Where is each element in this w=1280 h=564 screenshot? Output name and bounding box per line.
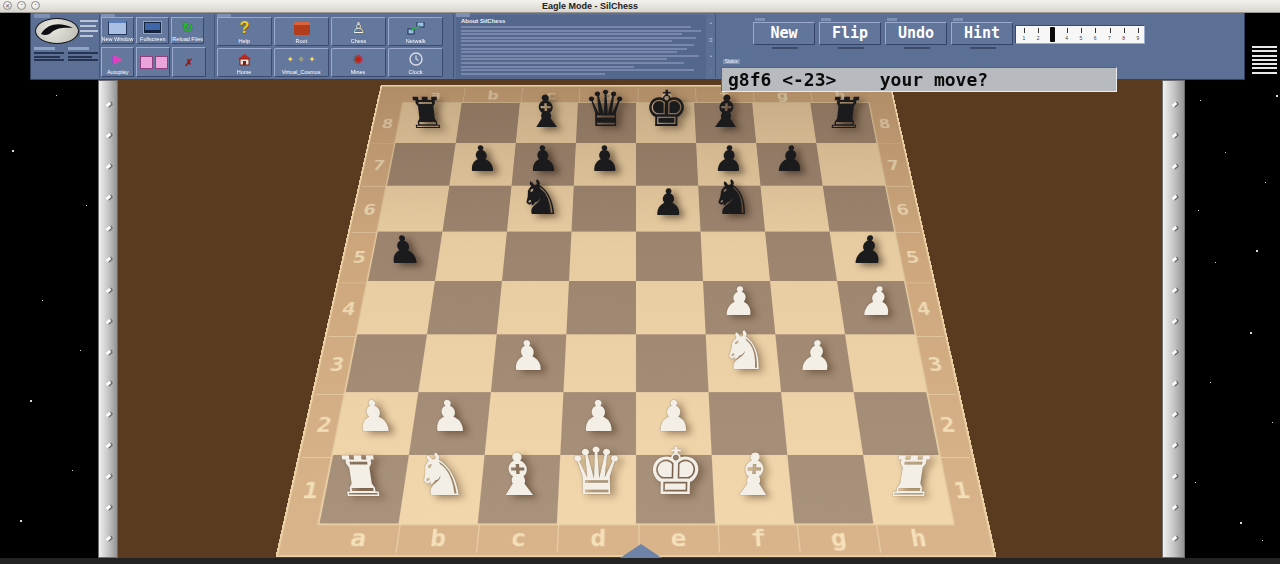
piece-white-pawn-c3[interactable]: ♟ [508, 336, 547, 377]
slider-track[interactable]: 123456789 [1015, 25, 1145, 44]
strip-tick [1172, 350, 1178, 356]
network-icon [407, 22, 425, 35]
piece-white-queen-d1[interactable]: ♛ [567, 440, 627, 505]
text-line [461, 30, 701, 32]
tool-strip: ⌃ ≡ ⌄ · [703, 17, 719, 77]
star [1210, 382, 1211, 383]
piece-white-bishop-f1[interactable]: ♝ [726, 446, 782, 504]
search-depth-slider: Search Depth 123456789 [1015, 18, 1147, 49]
square-d5[interactable] [569, 232, 636, 281]
separator [453, 14, 454, 78]
button-label: Home [237, 69, 252, 75]
star [1198, 210, 1199, 211]
piece-white-pawn-a2[interactable]: ♟ [351, 395, 396, 438]
strip-tick [1172, 164, 1178, 170]
text-line [461, 73, 605, 75]
piece-black-pawn-a5[interactable]: ♟ [384, 231, 423, 269]
general-buttons-section: New Window Fullscreen ↻ Reload Files ▶ A… [101, 17, 211, 79]
star [12, 150, 14, 152]
button-label: Fullscreen [140, 36, 165, 42]
file-label-b: b [463, 88, 523, 103]
button-label: Chess [351, 38, 367, 44]
slider-tick-label: 5 [1080, 35, 1083, 41]
silchess-controls-section: New Flip Undo Hint Search Depth 12345678… [719, 15, 1123, 79]
square-h6[interactable] [823, 186, 894, 232]
text-line [461, 26, 691, 28]
house-icon [237, 53, 252, 66]
square-g8[interactable] [752, 103, 816, 143]
fullscreen-button[interactable]: Fullscreen [136, 17, 169, 44]
piece-white-pawn-e2[interactable]: ♟ [654, 395, 693, 438]
text-line [461, 69, 694, 71]
square-h3[interactable] [845, 334, 926, 392]
button-label: Reload Files [172, 36, 203, 42]
strip-tick [106, 257, 112, 263]
hint-button[interactable]: Hint [951, 22, 1013, 45]
strip-tick [106, 102, 112, 108]
square-e4[interactable] [636, 281, 706, 334]
star [1262, 540, 1263, 541]
piece-black-king-e8[interactable]: ♚ [643, 85, 688, 135]
home-button[interactable]: Home [217, 48, 272, 77]
status-group: Status g8f6 <-23> your move? [721, 49, 1151, 92]
square-e3[interactable] [636, 334, 709, 392]
about-silchess-panel: About SilChess [456, 15, 706, 79]
strip-tick [1172, 133, 1178, 139]
text-line [461, 48, 687, 50]
eagle-mode-logo [35, 18, 79, 44]
strip-tick [106, 474, 112, 480]
strip-tick [1172, 226, 1178, 232]
square-g5[interactable] [765, 232, 837, 281]
star [20, 520, 22, 522]
strip-tick [1172, 381, 1178, 387]
panel-tab [456, 13, 470, 17]
file-label-g: g [796, 523, 880, 552]
square-c4[interactable] [497, 281, 569, 334]
status-label: Status [723, 59, 740, 64]
star [80, 350, 81, 351]
image-icon [140, 56, 153, 69]
slider-tick [1110, 28, 1111, 33]
stop-button[interactable]: ✗ [172, 47, 206, 77]
star [1225, 152, 1226, 153]
strip-tick [1172, 443, 1178, 449]
strip-tick [106, 350, 112, 356]
piece-white-rook-h1[interactable]: ♜ [882, 449, 941, 505]
file-label-b: b [396, 523, 480, 552]
eagle-mode-logo-section [34, 16, 100, 78]
thumbnail-buttons[interactable] [136, 47, 170, 77]
about-heading: About SilChess [461, 18, 701, 24]
piece-black-rook-a8[interactable]: ♜ [405, 92, 448, 135]
text-line [461, 37, 696, 39]
slider-tick [1067, 28, 1068, 33]
strip-tick [1172, 257, 1178, 263]
strip-tick [1172, 319, 1178, 325]
control-panel: New Window Fullscreen ↻ Reload Files ▶ A… [30, 12, 1245, 80]
right-zoom-scrollbar[interactable] [1162, 80, 1185, 558]
strip-tick [106, 443, 112, 449]
strip-tick [1172, 195, 1178, 201]
root-chest-icon [294, 22, 310, 35]
netwalk-button[interactable]: Netwalk [388, 17, 443, 46]
eagle-icon [36, 19, 78, 43]
file-label-f: f [717, 523, 799, 552]
strip-tick [1172, 536, 1178, 542]
piece-white-pawn-d2[interactable]: ♟ [579, 395, 618, 438]
new-window-button[interactable]: New Window [101, 17, 134, 44]
file-label-a: a [316, 523, 400, 552]
piece-black-queen-d8[interactable]: ♛ [583, 85, 628, 135]
window-icon [108, 20, 127, 35]
strip-tick [106, 195, 112, 201]
flip-button[interactable]: Flip [819, 22, 881, 45]
status-field: g8f6 <-23> your move? [721, 67, 1117, 92]
square-f5[interactable] [701, 232, 770, 281]
square-g1[interactable] [787, 455, 873, 523]
clock-button[interactable]: Clock [388, 48, 443, 77]
play-icon: ▶ [113, 51, 123, 66]
slider-tick [1081, 28, 1082, 33]
square-a6[interactable] [378, 186, 449, 232]
strip-tick [106, 381, 112, 387]
panel-info-block [68, 47, 98, 63]
star [86, 205, 87, 206]
file-label-c: c [476, 523, 558, 552]
star [56, 95, 57, 96]
square-d4[interactable] [566, 281, 636, 334]
piece-white-pawn-f4[interactable]: ♟ [721, 282, 759, 322]
applications-section: ? Help Root ♙ Chess Netwalk [217, 17, 451, 79]
monitor-icon [143, 21, 162, 34]
slider-tick-label: 6 [1094, 35, 1097, 41]
cross-icon: ✗ [185, 57, 193, 68]
star [72, 470, 73, 471]
strip-tick [106, 226, 112, 232]
piece-white-pawn-b2[interactable]: ♟ [427, 395, 470, 438]
new-game-button[interactable]: New [753, 22, 815, 45]
star [30, 400, 32, 402]
window-title: Eagle Mode - SilChess [0, 0, 1180, 12]
text-line [461, 33, 682, 35]
slider-handle[interactable] [1050, 27, 1055, 42]
star [1272, 422, 1273, 423]
square-g6[interactable] [760, 186, 829, 232]
file-label-d: d [557, 523, 638, 552]
text-line [461, 58, 667, 60]
square-e7[interactable] [636, 143, 698, 186]
piece-black-pawn-b7[interactable]: ♟ [464, 141, 499, 176]
logo-text-line [80, 20, 98, 22]
piece-white-king-e1[interactable]: ♚ [646, 440, 706, 505]
strip-tick [1172, 505, 1178, 511]
slider-tick-label: 1 [1023, 35, 1026, 41]
square-b4[interactable] [427, 281, 502, 334]
menu-icon[interactable] [1252, 46, 1277, 76]
piece-black-rook-h8[interactable]: ♜ [824, 92, 867, 135]
bottom-edge-bar [0, 558, 1280, 564]
slider-tick [1124, 28, 1125, 33]
tiny-glyph: ≡ [709, 37, 713, 43]
tiny-glyph: ⌄ [708, 51, 713, 58]
star [1195, 482, 1196, 483]
button-label: Autoplay [107, 69, 128, 75]
square-g4[interactable] [770, 281, 845, 334]
star [1200, 100, 1201, 101]
autoplay-button[interactable]: ▶ Autoplay [101, 47, 134, 77]
titlebar: ✕ ˇ ˆ Eagle Mode - SilChess [0, 0, 1280, 13]
logo-text-line [80, 25, 96, 27]
file-label-h: h [876, 523, 961, 552]
button-label: Virtual_Cosmos [282, 69, 321, 75]
chess-button[interactable]: ♙ Chess [331, 17, 386, 46]
undo-button[interactable]: Undo [885, 22, 947, 45]
piece-white-pawn-h4[interactable]: ♟ [857, 282, 898, 322]
piece-white-knight-b1[interactable]: ♞ [410, 446, 469, 504]
star [1215, 262, 1216, 263]
strip-tick [1172, 102, 1178, 108]
strip-tick [1172, 288, 1178, 294]
separator [214, 14, 215, 78]
piece-white-rook-a1[interactable]: ♜ [331, 449, 390, 505]
button-label: Root [296, 38, 308, 44]
strip-tick [106, 164, 112, 170]
mines-button[interactable]: ✺ Mines [331, 48, 386, 77]
square-b6[interactable] [442, 186, 511, 232]
strip-tick [106, 412, 112, 418]
reload-files-button[interactable]: ↻ Reload Files [171, 17, 204, 44]
text-line [461, 44, 694, 46]
clock-icon [409, 52, 423, 66]
star [1250, 332, 1252, 334]
star [1265, 182, 1266, 183]
image-icon [155, 56, 168, 69]
square-a3[interactable] [346, 334, 427, 392]
strip-tick [106, 536, 112, 542]
piece-black-bishop-f8[interactable]: ♝ [705, 90, 747, 134]
text-line [461, 40, 672, 42]
question-mark-icon: ? [240, 19, 250, 37]
strip-tick [106, 133, 112, 139]
square-e5[interactable] [636, 232, 703, 281]
text-line [461, 55, 699, 57]
left-zoom-scrollbar[interactable] [98, 80, 118, 558]
button-label: New Window [101, 36, 133, 42]
star [42, 300, 43, 301]
help-button[interactable]: ? Help [217, 17, 272, 46]
slider-tick-label: 7 [1108, 35, 1111, 41]
text-line [461, 51, 677, 53]
piece-white-bishop-c1[interactable]: ♝ [490, 446, 546, 504]
square-d3[interactable] [563, 334, 636, 392]
chess-pawn-icon: ♙ [352, 19, 365, 37]
piece-white-pawn-g3[interactable]: ♟ [795, 336, 836, 377]
piece-black-knight-f6[interactable]: ♞ [710, 174, 755, 222]
button-label: Clock [409, 69, 423, 75]
square-b5[interactable] [435, 232, 507, 281]
button-label: Help [239, 38, 250, 44]
piece-black-pawn-e6[interactable]: ♟ [651, 185, 685, 222]
square-g2[interactable] [781, 392, 863, 455]
button-label: Mines [351, 69, 366, 75]
panel-info-block [34, 47, 64, 63]
square-d6[interactable] [571, 186, 636, 232]
piece-black-knight-c6[interactable]: ♞ [517, 174, 562, 222]
virtual-cosmos-button[interactable]: ✦ ✧ ✦ Virtual_Cosmos [274, 48, 329, 77]
slider-tick-label: 2 [1037, 35, 1040, 41]
square-h7[interactable] [816, 143, 885, 186]
slider-tick [1024, 28, 1025, 33]
file-label-e: e [638, 523, 719, 552]
logo-text-line [80, 30, 98, 32]
strip-tick [106, 288, 112, 294]
about-text-lines [461, 26, 701, 75]
slider-tick-label: 9 [1137, 35, 1140, 41]
square-c5[interactable] [502, 232, 571, 281]
tiny-glyph: · [710, 67, 712, 73]
star [1256, 250, 1258, 252]
slider-tick [1038, 28, 1039, 33]
reload-icon: ↻ [182, 20, 193, 35]
button-label: Netwalk [406, 38, 426, 44]
strip-tick [106, 505, 112, 511]
star [1240, 522, 1242, 524]
piece-black-pawn-g7[interactable]: ♟ [773, 141, 808, 176]
slider-tick [1138, 28, 1139, 33]
tiny-glyph: ⌃ [708, 21, 713, 28]
square-a4[interactable] [357, 281, 435, 334]
square-a7[interactable] [387, 143, 456, 186]
square-b8[interactable] [456, 103, 520, 143]
slider-tick-label: 4 [1065, 35, 1068, 41]
panel-tab [34, 14, 50, 18]
strip-tick [1172, 474, 1178, 480]
piece-black-pawn-d7[interactable]: ♟ [589, 141, 621, 176]
text-line [461, 66, 634, 68]
piece-black-bishop-c8[interactable]: ♝ [525, 90, 567, 134]
root-button[interactable]: Root [274, 17, 329, 46]
stars-icon: ✦ ✧ ✦ [287, 55, 317, 64]
piece-black-pawn-h5[interactable]: ♟ [849, 231, 888, 269]
text-line [461, 62, 684, 64]
star [1276, 95, 1278, 97]
mine-icon: ✺ [353, 52, 364, 67]
strip-tick [1172, 412, 1178, 418]
square-b3[interactable] [418, 334, 496, 392]
slider-tick-label: 8 [1122, 35, 1125, 41]
strip-tick [106, 319, 112, 325]
piece-white-knight-f3[interactable]: ♞ [719, 324, 770, 378]
slider-tick [1095, 28, 1096, 33]
logo-text-line [80, 35, 93, 37]
